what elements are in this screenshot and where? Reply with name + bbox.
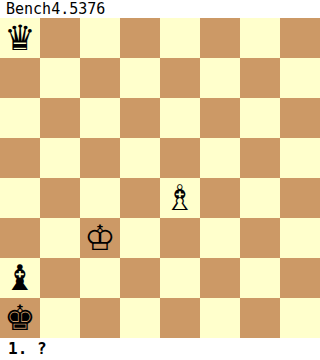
square-f7[interactable] (200, 58, 240, 98)
square-h5[interactable] (280, 138, 320, 178)
square-d1[interactable] (120, 298, 160, 338)
square-b5[interactable] (40, 138, 80, 178)
square-b7[interactable] (40, 58, 80, 98)
square-h8[interactable] (280, 18, 320, 58)
square-b1[interactable] (40, 298, 80, 338)
square-f2[interactable] (200, 258, 240, 298)
square-h7[interactable] (280, 58, 320, 98)
square-b8[interactable] (40, 18, 80, 58)
square-b4[interactable] (40, 178, 80, 218)
xboard-window: Bench4.5376 ♛♗♔♝♚ 1. ? (0, 0, 320, 360)
square-a1[interactable]: ♚ (0, 298, 40, 338)
white-bishop-piece[interactable]: ♗ (164, 178, 195, 218)
square-a3[interactable] (0, 218, 40, 258)
square-f1[interactable] (200, 298, 240, 338)
square-a7[interactable] (0, 58, 40, 98)
square-c5[interactable] (80, 138, 120, 178)
square-d4[interactable] (120, 178, 160, 218)
square-d6[interactable] (120, 98, 160, 138)
square-a4[interactable] (0, 178, 40, 218)
square-f4[interactable] (200, 178, 240, 218)
square-g7[interactable] (240, 58, 280, 98)
square-d8[interactable] (120, 18, 160, 58)
square-a5[interactable] (0, 138, 40, 178)
square-g3[interactable] (240, 218, 280, 258)
square-h1[interactable] (280, 298, 320, 338)
square-e2[interactable] (160, 258, 200, 298)
square-g8[interactable] (240, 18, 280, 58)
move-prompt: 1. ? (0, 338, 320, 360)
square-f8[interactable] (200, 18, 240, 58)
square-h6[interactable] (280, 98, 320, 138)
square-h3[interactable] (280, 218, 320, 258)
square-c1[interactable] (80, 298, 120, 338)
square-h2[interactable] (280, 258, 320, 298)
square-a6[interactable] (0, 98, 40, 138)
square-d5[interactable] (120, 138, 160, 178)
square-h4[interactable] (280, 178, 320, 218)
square-g6[interactable] (240, 98, 280, 138)
square-e1[interactable] (160, 298, 200, 338)
window-title: Bench4.5376 (0, 0, 320, 18)
square-d7[interactable] (120, 58, 160, 98)
chess-board: ♛♗♔♝♚ (0, 18, 320, 338)
square-d3[interactable] (120, 218, 160, 258)
square-e6[interactable] (160, 98, 200, 138)
square-e8[interactable] (160, 18, 200, 58)
black-king-piece[interactable]: ♚ (4, 298, 35, 338)
square-g1[interactable] (240, 298, 280, 338)
square-c3[interactable]: ♔ (80, 218, 120, 258)
square-b2[interactable] (40, 258, 80, 298)
square-e5[interactable] (160, 138, 200, 178)
square-g5[interactable] (240, 138, 280, 178)
square-c2[interactable] (80, 258, 120, 298)
square-f3[interactable] (200, 218, 240, 258)
black-queen-piece[interactable]: ♛ (4, 18, 35, 58)
square-c6[interactable] (80, 98, 120, 138)
square-b6[interactable] (40, 98, 80, 138)
square-e3[interactable] (160, 218, 200, 258)
square-e4[interactable]: ♗ (160, 178, 200, 218)
square-g2[interactable] (240, 258, 280, 298)
black-bishop-piece[interactable]: ♝ (4, 258, 35, 298)
square-c4[interactable] (80, 178, 120, 218)
square-a8[interactable]: ♛ (0, 18, 40, 58)
square-g4[interactable] (240, 178, 280, 218)
square-e7[interactable] (160, 58, 200, 98)
square-a2[interactable]: ♝ (0, 258, 40, 298)
square-c7[interactable] (80, 58, 120, 98)
square-f6[interactable] (200, 98, 240, 138)
square-f5[interactable] (200, 138, 240, 178)
square-d2[interactable] (120, 258, 160, 298)
white-king-piece[interactable]: ♔ (84, 218, 115, 258)
square-b3[interactable] (40, 218, 80, 258)
square-c8[interactable] (80, 18, 120, 58)
